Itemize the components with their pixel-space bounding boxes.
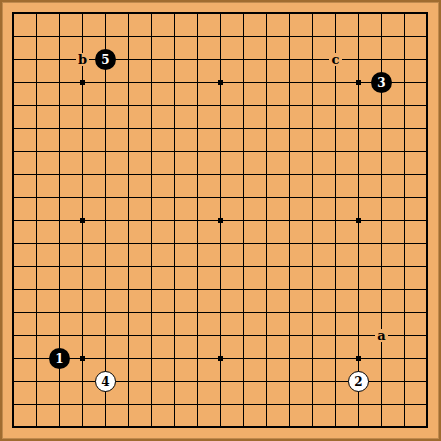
- star-point: [80, 356, 85, 361]
- star-point: [80, 80, 85, 85]
- black-stone-1: 1: [49, 348, 70, 369]
- go-board: abc12345: [0, 0, 441, 441]
- star-point: [356, 218, 361, 223]
- star-point: [218, 80, 223, 85]
- star-point: [356, 80, 361, 85]
- white-stone-2: 2: [348, 371, 369, 392]
- star-point: [80, 218, 85, 223]
- star-point: [218, 356, 223, 361]
- black-stone-5: 5: [95, 49, 116, 70]
- star-point: [356, 356, 361, 361]
- point-label-b: b: [76, 53, 89, 66]
- star-point: [218, 218, 223, 223]
- point-label-c: c: [329, 53, 342, 66]
- white-stone-4: 4: [95, 371, 116, 392]
- point-label-a: a: [375, 329, 388, 342]
- black-stone-3: 3: [371, 72, 392, 93]
